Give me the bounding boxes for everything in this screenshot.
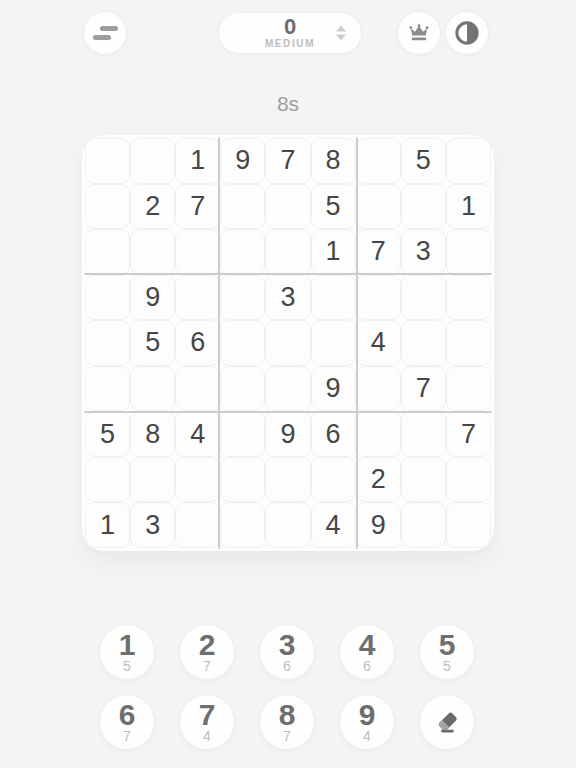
- keypad-1-button[interactable]: 15: [99, 624, 155, 680]
- keypad-digit: 1: [119, 631, 136, 659]
- keypad-digit: 4: [359, 631, 376, 659]
- keypad-digit: 8: [279, 701, 296, 729]
- keypad-digit: 2: [199, 631, 216, 659]
- keypad-remaining-count: 4: [203, 729, 211, 743]
- keypad-8-button[interactable]: 87: [259, 694, 315, 750]
- keypad-remaining-count: 7: [123, 729, 131, 743]
- keypad-digit: 6: [119, 701, 136, 729]
- keypad-4-button[interactable]: 46: [339, 624, 395, 680]
- keypad-remaining-count: 6: [363, 659, 371, 673]
- keypad-digit: 5: [439, 631, 456, 659]
- keypad-remaining-count: 5: [443, 659, 451, 673]
- keypad-remaining-count: 7: [283, 729, 291, 743]
- keypad-7-button[interactable]: 74: [179, 694, 235, 750]
- keypad-remaining-count: 5: [123, 659, 131, 673]
- keypad-6-button[interactable]: 67: [99, 694, 155, 750]
- keypad-remaining-count: 4: [363, 729, 371, 743]
- keypad-remaining-count: 7: [203, 659, 211, 673]
- keypad-5-button[interactable]: 55: [419, 624, 475, 680]
- keypad-digit: 9: [359, 701, 376, 729]
- eraser-icon: [434, 709, 461, 736]
- keypad: 152736465567748794: [0, 0, 576, 768]
- eraser-button[interactable]: [419, 694, 475, 750]
- keypad-3-button[interactable]: 36: [259, 624, 315, 680]
- keypad-9-button[interactable]: 94: [339, 694, 395, 750]
- keypad-2-button[interactable]: 27: [179, 624, 235, 680]
- keypad-digit: 7: [199, 701, 216, 729]
- keypad-remaining-count: 6: [283, 659, 291, 673]
- keypad-digit: 3: [279, 631, 296, 659]
